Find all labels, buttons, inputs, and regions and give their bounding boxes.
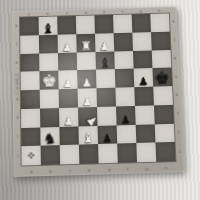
rank-label-right-8: 8 bbox=[172, 21, 174, 25]
square-g3[interactable] bbox=[135, 105, 155, 124]
square-d3[interactable]: ♟ bbox=[78, 107, 98, 126]
square-c3[interactable]: ♟ bbox=[59, 107, 78, 126]
file-label-top-b: b bbox=[47, 12, 49, 15]
square-a6[interactable] bbox=[20, 53, 39, 72]
square-e8[interactable] bbox=[94, 15, 113, 33]
rank-label-left-4: 4 bbox=[16, 98, 18, 102]
square-e1[interactable] bbox=[98, 144, 118, 164]
square-c8[interactable] bbox=[57, 16, 76, 34]
piece-black-pawn-g5[interactable]: ♟ bbox=[134, 76, 153, 87]
file-label-bottom-h: h bbox=[165, 166, 168, 170]
file-label-top-f: f bbox=[122, 10, 123, 13]
square-c2[interactable] bbox=[59, 126, 79, 145]
rank-label-right-5: 5 bbox=[174, 75, 176, 79]
rank-label-right-3: 3 bbox=[176, 112, 178, 116]
square-c5[interactable]: ♟ bbox=[58, 70, 77, 89]
square-a8[interactable] bbox=[20, 17, 39, 35]
square-f7[interactable] bbox=[114, 32, 133, 51]
square-b8[interactable]: ♝ bbox=[39, 17, 58, 35]
square-b3[interactable] bbox=[40, 108, 59, 127]
square-g1[interactable] bbox=[136, 143, 156, 163]
square-b5[interactable]: ♚ bbox=[39, 71, 58, 90]
piece-white-bishop-d2[interactable]: ♝ bbox=[79, 130, 98, 145]
square-f1[interactable] bbox=[117, 143, 137, 163]
file-label-bottom-f: f bbox=[127, 168, 129, 172]
rank-label-left-2: 2 bbox=[16, 135, 18, 139]
rank-label-left-6: 6 bbox=[15, 61, 17, 65]
square-g5[interactable]: ♟ bbox=[134, 68, 154, 87]
rank-label-left-8: 8 bbox=[15, 25, 17, 29]
piece-black-bishop-e6[interactable]: ♝ bbox=[96, 56, 115, 70]
file-label-bottom-e: e bbox=[108, 168, 111, 172]
square-a5[interactable] bbox=[21, 71, 40, 90]
rank-label-right-7: 7 bbox=[173, 39, 175, 43]
square-f3[interactable]: ♟ bbox=[116, 106, 136, 125]
square-d7[interactable]: ♜ bbox=[76, 33, 95, 52]
chessboard: abcdefgh abcdefgh 87654321 87654321 CHES… bbox=[12, 7, 184, 177]
square-f6[interactable] bbox=[114, 51, 133, 70]
square-h7[interactable] bbox=[151, 31, 170, 50]
square-g4[interactable] bbox=[134, 87, 154, 106]
square-h4[interactable] bbox=[153, 86, 173, 105]
corner-emblem: ❖ bbox=[21, 150, 40, 161]
square-b7[interactable] bbox=[39, 34, 58, 53]
piece-white-pawn-d4[interactable]: ♟ bbox=[78, 96, 97, 107]
square-g2[interactable] bbox=[136, 124, 156, 143]
square-c6[interactable] bbox=[58, 52, 77, 71]
file-labels-bottom: abcdefgh bbox=[22, 165, 176, 175]
rank-label-left-7: 7 bbox=[15, 43, 17, 47]
file-label-bottom-b: b bbox=[50, 170, 53, 174]
piece-white-pawn-c5[interactable]: ♟ bbox=[58, 78, 77, 89]
file-label-top-c: c bbox=[66, 11, 68, 14]
rank-label-right-6: 6 bbox=[174, 57, 176, 61]
square-b4[interactable] bbox=[40, 89, 59, 108]
board-grid: ♝♟♜♟♝♚♟♟♟♚♟♟♟♟♞♝♟❖ bbox=[20, 13, 176, 165]
square-c1[interactable] bbox=[60, 145, 80, 165]
file-label-top-g: g bbox=[139, 9, 141, 12]
square-b6[interactable] bbox=[39, 53, 58, 72]
square-a4[interactable] bbox=[21, 90, 40, 109]
piece-black-knight-b2[interactable]: ♞ bbox=[40, 131, 59, 146]
square-h2[interactable] bbox=[155, 123, 175, 142]
piece-white-pawn-c7[interactable]: ♟ bbox=[58, 41, 77, 52]
rank-label-left-5: 5 bbox=[16, 79, 18, 83]
rank-label-left-3: 3 bbox=[16, 116, 18, 120]
square-a7[interactable] bbox=[20, 35, 39, 54]
piece-white-king-b5[interactable]: ♚ bbox=[39, 73, 58, 90]
brand-text: CHESS bbox=[14, 65, 19, 101]
piece-white-pawn-d5[interactable]: ♟ bbox=[77, 77, 96, 88]
file-label-bottom-d: d bbox=[88, 169, 91, 173]
piece-black-king-h5[interactable]: ♚ bbox=[153, 69, 173, 86]
square-b2[interactable]: ♞ bbox=[40, 127, 59, 146]
square-e7[interactable]: ♟ bbox=[95, 33, 114, 52]
square-d6[interactable] bbox=[77, 52, 96, 71]
square-a1[interactable]: ❖ bbox=[21, 146, 40, 166]
square-f5[interactable] bbox=[115, 69, 135, 88]
square-d4[interactable]: ♟ bbox=[78, 88, 97, 107]
square-g6[interactable] bbox=[133, 50, 152, 69]
square-b1[interactable] bbox=[41, 145, 61, 165]
square-e6[interactable]: ♝ bbox=[95, 51, 114, 70]
square-h5[interactable]: ♚ bbox=[152, 68, 172, 87]
square-g8[interactable] bbox=[132, 14, 151, 32]
file-label-bottom-a: a bbox=[30, 170, 33, 174]
piece-white-pawn-c3[interactable]: ♟ bbox=[59, 115, 78, 127]
square-e2[interactable]: ♟ bbox=[98, 125, 118, 144]
square-a2[interactable] bbox=[21, 127, 40, 146]
piece-black-bishop-b8[interactable]: ♝ bbox=[39, 21, 58, 35]
square-d1[interactable] bbox=[79, 144, 99, 164]
square-c4[interactable] bbox=[59, 89, 78, 108]
square-e5[interactable] bbox=[96, 69, 115, 88]
rank-label-right-4: 4 bbox=[175, 93, 177, 97]
piece-white-rook-d7[interactable]: ♜ bbox=[76, 39, 95, 52]
square-h8[interactable] bbox=[150, 13, 169, 31]
piece-white-pawn-e7[interactable]: ♟ bbox=[95, 40, 114, 51]
square-e3[interactable] bbox=[97, 106, 117, 125]
rank-label-left-1: 1 bbox=[16, 154, 18, 158]
square-h3[interactable] bbox=[154, 105, 174, 124]
photo-canvas: abcdefgh abcdefgh 87654321 87654321 CHES… bbox=[0, 0, 200, 200]
rank-label-right-1: 1 bbox=[178, 150, 180, 154]
square-f4[interactable] bbox=[115, 87, 135, 106]
rank-label-right-2: 2 bbox=[177, 131, 179, 135]
square-a3[interactable] bbox=[21, 108, 40, 127]
file-label-top-a: a bbox=[28, 12, 30, 15]
square-h6[interactable] bbox=[152, 50, 172, 69]
square-f8[interactable] bbox=[113, 14, 132, 32]
piece-black-pawn-f3[interactable]: ♟ bbox=[116, 113, 135, 125]
file-label-bottom-c: c bbox=[69, 169, 71, 173]
square-c7[interactable]: ♟ bbox=[58, 34, 77, 53]
file-label-bottom-g: g bbox=[145, 167, 148, 171]
square-f2[interactable] bbox=[117, 124, 137, 143]
file-label-top-h: h bbox=[158, 9, 160, 12]
square-e4[interactable] bbox=[96, 88, 116, 107]
square-d5[interactable]: ♟ bbox=[77, 70, 96, 89]
square-g7[interactable] bbox=[132, 32, 151, 51]
square-h1[interactable] bbox=[155, 142, 175, 162]
square-d8[interactable] bbox=[76, 16, 95, 34]
file-label-top-e: e bbox=[103, 10, 105, 13]
piece-black-pawn-e2[interactable]: ♟ bbox=[98, 133, 117, 145]
square-d2[interactable]: ♝ bbox=[78, 125, 98, 144]
file-label-top-d: d bbox=[84, 11, 86, 14]
